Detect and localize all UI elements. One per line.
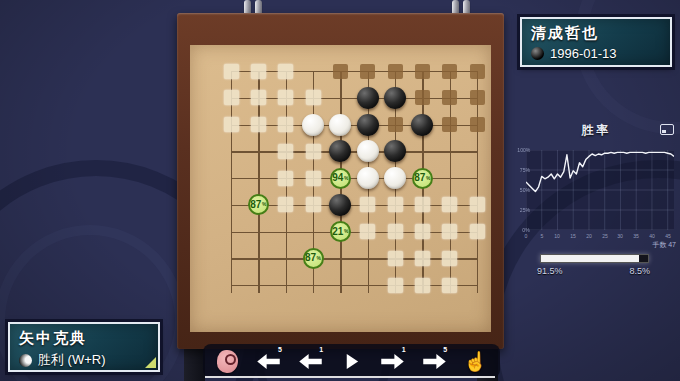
territory-square-white [415,251,430,266]
grid-line-horizontal [231,285,477,286]
player-name-white: 矢中克典 [19,329,149,348]
grid-line-horizontal [231,258,477,259]
territory-square-white [388,278,403,293]
x-tick-label: 20 [586,233,592,238]
play-button[interactable] [335,346,367,376]
game-date: 1996-01-13 [550,46,617,61]
grid-line-horizontal [231,125,477,126]
winrate-chart [526,150,674,230]
move-suggestion-label[interactable]: 87% [303,248,324,269]
territory-square-white [470,197,485,212]
black-stone [357,87,379,109]
grid-line-horizontal [231,71,477,72]
player-card-black: 清成哲也 1996-01-13 [520,17,672,67]
territory-square-black [360,64,375,79]
y-tick-label: 100% [517,147,530,152]
territory-square-white [306,171,321,186]
white-stone-icon [19,354,32,367]
black-stone [384,140,406,162]
black-stone [357,114,379,136]
avatar-icon [217,350,238,373]
forward-1-count: 1 [402,346,406,353]
winrate-bar-black-segment [639,255,648,262]
forward-1-button[interactable]: 1 [377,346,409,376]
territory-square-black [442,64,457,79]
x-tick-label: 25 [602,233,608,238]
back-5-button[interactable]: 5 [253,346,285,376]
white-stone [357,140,379,162]
x-tick-label: 15 [570,233,576,238]
snapshot-icon[interactable] [660,124,674,135]
winrate-bar [540,254,649,263]
black-stone [329,140,351,162]
territory-square-white [278,144,293,159]
arrow-right-icon [423,354,446,369]
player-name-black: 清成哲也 [531,24,661,43]
toolbar-underline [205,376,495,378]
back-5-count: 5 [278,346,282,353]
replay-toolbar: 5 1 1 5 ☝ [203,344,500,378]
territory-square-black [415,90,430,105]
hand-pointer-icon: ☝ [463,352,487,371]
x-tick-label: 45 [665,233,671,238]
territory-square-white [388,224,403,239]
grid-line-horizontal [231,151,477,152]
territory-square-black [388,117,403,132]
territory-square-white [442,197,457,212]
territory-square-black [442,90,457,105]
territory-square-white [388,197,403,212]
y-tick-label: 25% [520,207,530,212]
chart-title: 胜率 [513,122,680,139]
territory-square-white [442,224,457,239]
territory-square-white [470,224,485,239]
territory-square-white [442,278,457,293]
avatar-button[interactable] [212,346,244,376]
territory-square-white [278,197,293,212]
territory-square-white [415,224,430,239]
territory-square-white [278,64,293,79]
black-winrate-value: 8.5% [629,266,650,276]
y-tick-label: 75% [520,167,530,172]
x-tick-label: 40 [649,233,655,238]
white-stone [357,167,379,189]
x-tick-label: 35 [633,233,639,238]
forward-5-count: 5 [443,346,447,353]
y-tick-label: 50% [520,187,530,192]
territory-square-black [442,117,457,132]
move-suggestion-label[interactable]: 94% [330,168,351,189]
game-result: 胜利 (W+R) [38,351,106,369]
grid-line-horizontal [231,232,477,233]
forward-5-button[interactable]: 5 [418,346,450,376]
white-stone [302,114,324,136]
arrow-right-icon [381,354,404,369]
territory-square-white [360,224,375,239]
x-tick-label: 0 [525,233,528,238]
territory-square-white [306,90,321,105]
territory-square-white [251,64,266,79]
move-suggestion-label[interactable]: 87% [248,194,269,215]
card-corner-triangle-icon[interactable] [145,357,156,368]
back-1-button[interactable]: 1 [294,346,326,376]
territory-square-white [415,197,430,212]
territory-square-white [251,117,266,132]
territory-square-white [306,144,321,159]
territory-square-black [415,64,430,79]
territory-square-white [442,251,457,266]
move-counter: 手数 47 [652,240,676,250]
move-suggestion-label[interactable]: 87% [412,168,433,189]
arrow-left-icon [299,354,322,369]
winrate-panel: 胜率 100%75%50%25%0% 051015202530354045 手数… [513,118,680,288]
territory-square-black [388,64,403,79]
white-stone [384,167,406,189]
black-stone [411,114,433,136]
territory-square-white [360,197,375,212]
territory-square-white [278,90,293,105]
territory-square-white [278,171,293,186]
player-card-white: 矢中克典 胜利 (W+R) [8,322,160,372]
back-1-count: 1 [319,346,323,353]
go-board-grid: 94%87%87%21%87% [231,71,477,285]
territory-square-white [224,64,239,79]
x-tick-label: 10 [555,233,561,238]
play-icon [343,353,360,370]
territory-square-black [470,117,485,132]
territory-square-black [333,64,348,79]
black-stone [384,87,406,109]
white-winrate-value: 91.5% [537,266,563,276]
territory-square-black [470,64,485,79]
black-stone [329,194,351,216]
territory-square-white [224,117,239,132]
territory-square-white [251,90,266,105]
arrow-left-icon [257,354,280,369]
territory-square-white [388,251,403,266]
white-stone [329,114,351,136]
x-tick-label: 5 [540,233,543,238]
territory-square-white [306,197,321,212]
grid-line-horizontal [231,98,477,99]
move-suggestion-label[interactable]: 21% [330,221,351,242]
grid-line-horizontal [231,178,477,179]
territory-square-white [224,90,239,105]
territory-square-white [278,117,293,132]
black-stone-icon [531,47,544,60]
territory-square-black [470,90,485,105]
try-move-button[interactable]: ☝ [459,346,491,376]
x-tick-label: 30 [618,233,624,238]
territory-square-white [415,278,430,293]
y-tick-label: 0% [523,227,530,232]
